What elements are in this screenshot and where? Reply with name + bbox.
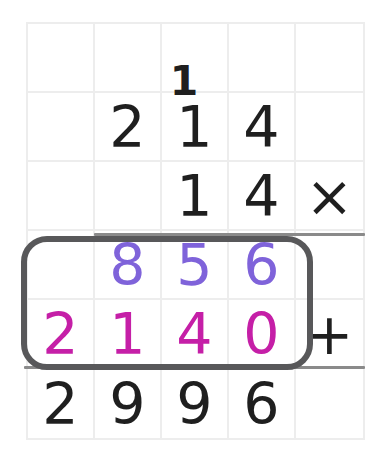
cell-r6c2: 9 xyxy=(95,369,162,438)
carry-digit: 1 xyxy=(151,59,217,103)
cell-r1c4 xyxy=(229,24,296,93)
cell-r3c2 xyxy=(95,162,162,231)
cell-r6c5 xyxy=(296,369,363,438)
cell-r3c4: 4 xyxy=(229,162,296,231)
cell-r1c5 xyxy=(296,24,363,93)
cell-r1c1 xyxy=(28,24,95,93)
cell-r6c3: 9 xyxy=(162,369,229,438)
cell-r3c3: 1 xyxy=(162,162,229,231)
cell-r6c1: 2 xyxy=(28,369,95,438)
cell-r3c1 xyxy=(28,162,95,231)
cell-r2c2: 2 xyxy=(95,93,162,162)
cell-r3c5: × xyxy=(296,162,363,231)
cell-r2c1 xyxy=(28,93,95,162)
cell-r6c4: 6 xyxy=(229,369,296,438)
long-multiplication-worksheet: 21414×8562140+2996 1 xyxy=(0,0,384,474)
cell-r2c5 xyxy=(296,93,363,162)
cell-r2c4: 4 xyxy=(229,93,296,162)
partial-products-highlight-box xyxy=(21,236,313,370)
